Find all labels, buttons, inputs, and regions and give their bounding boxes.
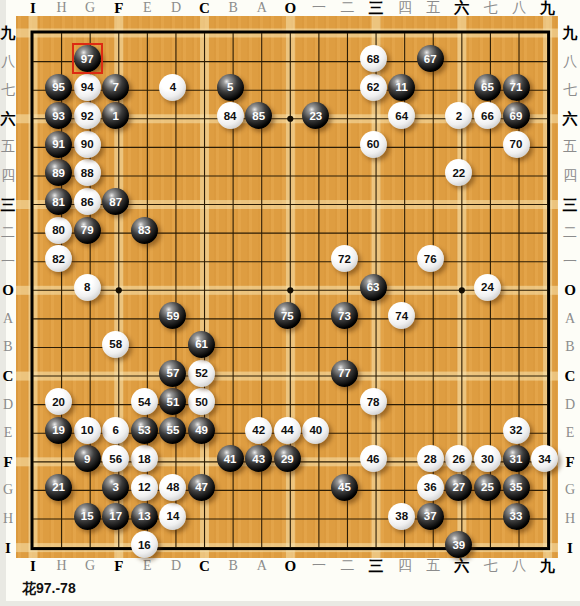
row-label-left-F: F [3,453,12,470]
col-label-bottom-五: 五 [426,557,440,575]
stone-24-white: 24 [474,274,501,301]
col-label-top-E: E [143,0,152,16]
row-label-left-E: E [4,425,13,441]
stone-17-black: 17 [102,503,129,530]
stone-44-white: 44 [274,417,301,444]
stone-41-black: 41 [217,445,244,472]
stone-67-black: 67 [417,45,444,72]
col-label-bottom-H: H [57,558,67,574]
row-label-right-一: 一 [563,253,577,271]
row-label-left-D: D [3,397,13,413]
stone-11-black: 11 [388,74,415,101]
stone-78-white: 78 [360,388,387,415]
col-label-top-六: 六 [454,0,469,18]
col-label-bottom-四: 四 [398,557,412,575]
stone-71-black: 71 [503,74,530,101]
stone-32-white: 32 [503,417,530,444]
col-label-bottom-八: 八 [512,557,526,575]
stone-15-black: 15 [74,503,101,530]
stone-35-black: 35 [503,474,530,501]
row-label-left-G: G [3,482,13,498]
stone-4-white: 4 [159,74,186,101]
col-label-top-B: B [228,0,237,16]
stone-81-black: 81 [45,188,72,215]
stone-91-black: 91 [45,131,72,158]
stone-14-white: 14 [159,503,186,530]
stone-57-black: 57 [159,360,186,387]
stone-60-white: 60 [360,131,387,158]
row-label-left-八: 八 [1,53,15,71]
stone-47-black: 47 [188,474,215,501]
stone-6-white: 6 [102,417,129,444]
stone-95-black: 95 [45,74,72,101]
row-label-left-七: 七 [1,81,15,99]
col-label-top-D: D [171,0,181,16]
go-diagram-page: IIHHGGFFEEDDCCBBAAOO一一二二三三四四五五六六七七八八九九九九… [0,0,580,606]
stone-16-white: 16 [131,531,158,558]
stone-70-white: 70 [503,131,530,158]
row-label-left-I: I [5,539,11,556]
col-label-bottom-D: D [171,558,181,574]
stone-84-white: 84 [217,102,244,129]
col-label-top-三: 三 [369,0,384,18]
row-label-left-二: 二 [1,224,15,242]
stone-7-black: 7 [102,74,129,101]
stone-31-black: 31 [503,445,530,472]
col-label-top-八: 八 [512,0,526,17]
col-label-bottom-二: 二 [340,557,354,575]
row-label-right-A: A [565,311,575,327]
stone-69-black: 69 [503,102,530,129]
col-label-bottom-一: 一 [312,557,326,575]
row-label-left-A: A [3,311,13,327]
row-label-right-七: 七 [563,81,577,99]
row-label-right-三: 三 [563,195,578,214]
stone-18-white: 18 [131,445,158,472]
stone-55-black: 55 [159,417,186,444]
row-label-right-二: 二 [563,224,577,242]
stone-21-black: 21 [45,474,72,501]
stone-50-white: 50 [188,388,215,415]
stone-49-black: 49 [188,417,215,444]
stone-8-white: 8 [74,274,101,301]
row-label-left-H: H [3,511,13,527]
stone-28-white: 28 [417,445,444,472]
col-label-top-I: I [30,0,36,17]
stone-63-black: 63 [360,274,387,301]
row-label-left-四: 四 [1,167,15,185]
col-label-bottom-O: O [284,558,296,575]
stone-33-black: 33 [503,503,530,530]
col-label-top-四: 四 [398,0,412,17]
col-label-bottom-七: 七 [483,557,497,575]
stone-36-white: 36 [417,474,444,501]
col-label-bottom-六: 六 [454,557,469,576]
col-label-bottom-I: I [30,558,36,575]
col-label-bottom-F: F [114,558,123,575]
stone-83-black: 83 [131,217,158,244]
stone-92-white: 92 [74,102,101,129]
stone-54-white: 54 [131,388,158,415]
col-label-top-G: G [85,0,95,16]
stone-12-white: 12 [131,474,158,501]
col-label-top-一: 一 [312,0,326,17]
col-label-top-A: A [257,0,267,16]
col-label-top-五: 五 [426,0,440,17]
stone-42-white: 42 [245,417,272,444]
row-label-right-四: 四 [563,167,577,185]
row-label-right-九: 九 [563,24,578,43]
stone-75-black: 75 [274,302,301,329]
stone-19-black: 19 [45,417,72,444]
col-label-bottom-九: 九 [540,557,555,576]
col-label-bottom-B: B [228,558,237,574]
stone-53-black: 53 [131,417,158,444]
stone-79-black: 79 [74,217,101,244]
row-label-right-B: B [565,339,574,355]
col-label-top-九: 九 [540,0,555,18]
col-label-top-F: F [114,0,123,17]
row-label-left-五: 五 [1,138,15,156]
row-label-left-O: O [2,282,14,299]
stone-65-black: 65 [474,74,501,101]
move-range-caption: 花97.-78 [22,580,76,598]
row-label-left-一: 一 [1,253,15,271]
row-label-left-三: 三 [1,195,16,214]
stone-29-black: 29 [274,445,301,472]
col-label-top-二: 二 [340,0,354,17]
row-label-right-O: O [564,282,576,299]
row-label-right-五: 五 [563,138,577,156]
col-label-bottom-A: A [257,558,267,574]
stone-46-white: 46 [360,445,387,472]
col-label-bottom-E: E [143,558,152,574]
col-label-top-H: H [57,0,67,16]
row-label-right-六: 六 [563,109,578,128]
stone-94-white: 94 [74,74,101,101]
stone-5-black: 5 [217,74,244,101]
row-label-right-C: C [565,368,576,385]
stone-37-black: 37 [417,503,444,530]
stone-52-white: 52 [188,360,215,387]
stone-40-white: 40 [302,417,329,444]
row-label-left-C: C [3,368,14,385]
col-label-bottom-三: 三 [369,557,384,576]
row-label-right-D: D [565,397,575,413]
stone-45-black: 45 [331,474,358,501]
row-label-right-H: H [565,511,575,527]
stone-72-white: 72 [331,245,358,272]
row-label-left-六: 六 [1,109,16,128]
row-label-right-F: F [565,453,574,470]
stone-10-white: 10 [74,417,101,444]
stone-13-black: 13 [131,503,158,530]
stone-61-black: 61 [188,331,215,358]
stone-3-black: 3 [102,474,129,501]
stone-86-white: 86 [74,188,101,215]
col-label-bottom-G: G [85,558,95,574]
col-label-top-C: C [199,0,210,17]
stone-66-white: 66 [474,102,501,129]
row-label-right-G: G [565,482,575,498]
row-label-right-八: 八 [563,53,577,71]
row-label-left-九: 九 [1,24,16,43]
row-label-right-I: I [567,539,573,556]
row-label-left-B: B [3,339,12,355]
stone-88-white: 88 [74,159,101,186]
stone-62-white: 62 [360,74,387,101]
col-label-top-七: 七 [483,0,497,17]
stone-90-white: 90 [74,131,101,158]
last-move-marker [72,43,103,74]
stone-80-white: 80 [45,217,72,244]
stone-76-white: 76 [417,245,444,272]
stone-25-black: 25 [474,474,501,501]
row-label-right-E: E [566,425,575,441]
col-label-top-O: O [284,0,296,17]
stone-38-white: 38 [388,503,415,530]
stone-68-white: 68 [360,45,387,72]
stone-77-black: 77 [331,360,358,387]
stone-9-black: 9 [74,445,101,472]
col-label-bottom-C: C [199,558,210,575]
